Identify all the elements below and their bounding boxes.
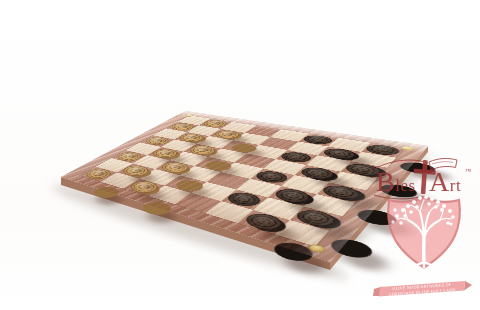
blestart-watermark-logo: Bles Art ™: [368, 146, 480, 308]
brand-text-right: Art: [429, 166, 461, 197]
ribbon-banner: OLIVE WOOD ARTWORKS OF CHRISTIANS IN THE…: [373, 281, 472, 297]
trademark-symbol: ™: [465, 168, 471, 174]
scene: Bles Art ™: [0, 0, 480, 310]
brand-text-left: Bles: [376, 166, 416, 197]
